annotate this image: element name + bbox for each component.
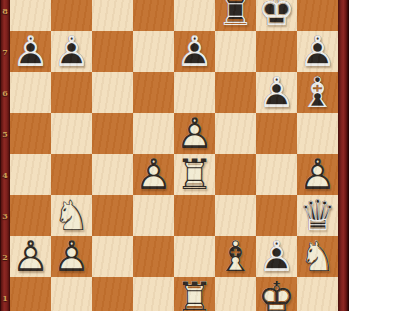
square-g1[interactable]: ♚♔ xyxy=(256,277,297,311)
square-c5[interactable] xyxy=(92,113,133,154)
square-b8[interactable] xyxy=(51,0,92,31)
square-b4[interactable] xyxy=(51,154,92,195)
square-h5[interactable] xyxy=(297,113,338,154)
square-h8[interactable] xyxy=(297,0,338,31)
square-c1[interactable] xyxy=(92,277,133,311)
square-e8[interactable] xyxy=(174,0,215,31)
rank-label-7: 7 xyxy=(0,31,10,72)
white-pawn: ♟♙ xyxy=(133,154,174,195)
square-f5[interactable] xyxy=(215,113,256,154)
square-g7[interactable] xyxy=(256,31,297,72)
board-frame-left: 87654321 xyxy=(0,0,10,311)
square-c3[interactable] xyxy=(92,195,133,236)
square-f7[interactable] xyxy=(215,31,256,72)
white-rook: ♜♖ xyxy=(174,277,215,311)
white-king: ♚♔ xyxy=(256,277,297,311)
black-pawn: ♟♙ xyxy=(10,31,51,72)
square-e3[interactable] xyxy=(174,195,215,236)
white-rook: ♜♖ xyxy=(174,154,215,195)
square-g3[interactable] xyxy=(256,195,297,236)
square-h1[interactable] xyxy=(297,277,338,311)
square-g6[interactable]: ♟♙ xyxy=(256,72,297,113)
square-a6[interactable] xyxy=(10,72,51,113)
square-f2[interactable]: ♝♗ xyxy=(215,236,256,277)
rank-label-1: 1 xyxy=(0,277,10,311)
square-b5[interactable] xyxy=(51,113,92,154)
square-d3[interactable] xyxy=(133,195,174,236)
chess-board: 87654321 ♜♖♚♔♟♙♟♙♟♙♟♙♟♙♝♗♟♙♟♙♜♖♟♙♞♘♛♕♟♙♟… xyxy=(0,0,349,311)
black-bishop: ♝♗ xyxy=(297,72,338,113)
square-e2[interactable] xyxy=(174,236,215,277)
black-king: ♚♔ xyxy=(256,0,297,31)
square-d7[interactable] xyxy=(133,31,174,72)
square-c8[interactable] xyxy=(92,0,133,31)
white-pawn: ♟♙ xyxy=(10,236,51,277)
square-h3[interactable]: ♛♕ xyxy=(297,195,338,236)
black-pawn: ♟♙ xyxy=(51,31,92,72)
square-a1[interactable] xyxy=(10,277,51,311)
square-g2[interactable]: ♟♙ xyxy=(256,236,297,277)
black-queen: ♛♕ xyxy=(297,195,338,236)
white-pawn: ♟♙ xyxy=(297,154,338,195)
square-f6[interactable] xyxy=(215,72,256,113)
square-d6[interactable] xyxy=(133,72,174,113)
square-f1[interactable] xyxy=(215,277,256,311)
board-grid: ♜♖♚♔♟♙♟♙♟♙♟♙♟♙♝♗♟♙♟♙♜♖♟♙♞♘♛♕♟♙♟♙♝♗♟♙♞♘♜♖… xyxy=(10,0,338,311)
square-b3[interactable]: ♞♘ xyxy=(51,195,92,236)
white-bishop: ♝♗ xyxy=(215,236,256,277)
square-g8[interactable]: ♚♔ xyxy=(256,0,297,31)
square-a4[interactable] xyxy=(10,154,51,195)
square-e1[interactable]: ♜♖ xyxy=(174,277,215,311)
square-d4[interactable]: ♟♙ xyxy=(133,154,174,195)
white-pawn: ♟♙ xyxy=(51,236,92,277)
black-pawn: ♟♙ xyxy=(256,236,297,277)
square-h2[interactable]: ♞♘ xyxy=(297,236,338,277)
square-h7[interactable]: ♟♙ xyxy=(297,31,338,72)
square-d5[interactable] xyxy=(133,113,174,154)
square-c7[interactable] xyxy=(92,31,133,72)
square-f8[interactable]: ♜♖ xyxy=(215,0,256,31)
rank-label-4: 4 xyxy=(0,154,10,195)
white-knight: ♞♘ xyxy=(297,236,338,277)
square-e5[interactable]: ♟♙ xyxy=(174,113,215,154)
square-f3[interactable] xyxy=(215,195,256,236)
chess-position-screenshot: 87654321 ♜♖♚♔♟♙♟♙♟♙♟♙♟♙♝♗♟♙♟♙♜♖♟♙♞♘♛♕♟♙♟… xyxy=(0,0,414,311)
square-d2[interactable] xyxy=(133,236,174,277)
black-rook: ♜♖ xyxy=(215,0,256,31)
square-a7[interactable]: ♟♙ xyxy=(10,31,51,72)
square-a2[interactable]: ♟♙ xyxy=(10,236,51,277)
square-c2[interactable] xyxy=(92,236,133,277)
square-h6[interactable]: ♝♗ xyxy=(297,72,338,113)
black-pawn: ♟♙ xyxy=(174,31,215,72)
square-a8[interactable] xyxy=(10,0,51,31)
white-pawn: ♟♙ xyxy=(174,113,215,154)
square-a3[interactable] xyxy=(10,195,51,236)
square-e4[interactable]: ♜♖ xyxy=(174,154,215,195)
board-frame-right xyxy=(338,0,349,311)
square-e7[interactable]: ♟♙ xyxy=(174,31,215,72)
square-a5[interactable] xyxy=(10,113,51,154)
square-d1[interactable] xyxy=(133,277,174,311)
square-h4[interactable]: ♟♙ xyxy=(297,154,338,195)
rank-label-2: 2 xyxy=(0,236,10,277)
square-b7[interactable]: ♟♙ xyxy=(51,31,92,72)
white-knight: ♞♘ xyxy=(51,195,92,236)
square-b2[interactable]: ♟♙ xyxy=(51,236,92,277)
black-pawn: ♟♙ xyxy=(297,31,338,72)
black-pawn: ♟♙ xyxy=(256,72,297,113)
square-d8[interactable] xyxy=(133,0,174,31)
square-f4[interactable] xyxy=(215,154,256,195)
square-c6[interactable] xyxy=(92,72,133,113)
square-g4[interactable] xyxy=(256,154,297,195)
square-b1[interactable] xyxy=(51,277,92,311)
square-b6[interactable] xyxy=(51,72,92,113)
square-e6[interactable] xyxy=(174,72,215,113)
square-g5[interactable] xyxy=(256,113,297,154)
rank-label-5: 5 xyxy=(0,113,10,154)
rank-label-3: 3 xyxy=(0,195,10,236)
square-c4[interactable] xyxy=(92,154,133,195)
rank-label-8: 8 xyxy=(0,0,10,31)
rank-label-6: 6 xyxy=(0,72,10,113)
